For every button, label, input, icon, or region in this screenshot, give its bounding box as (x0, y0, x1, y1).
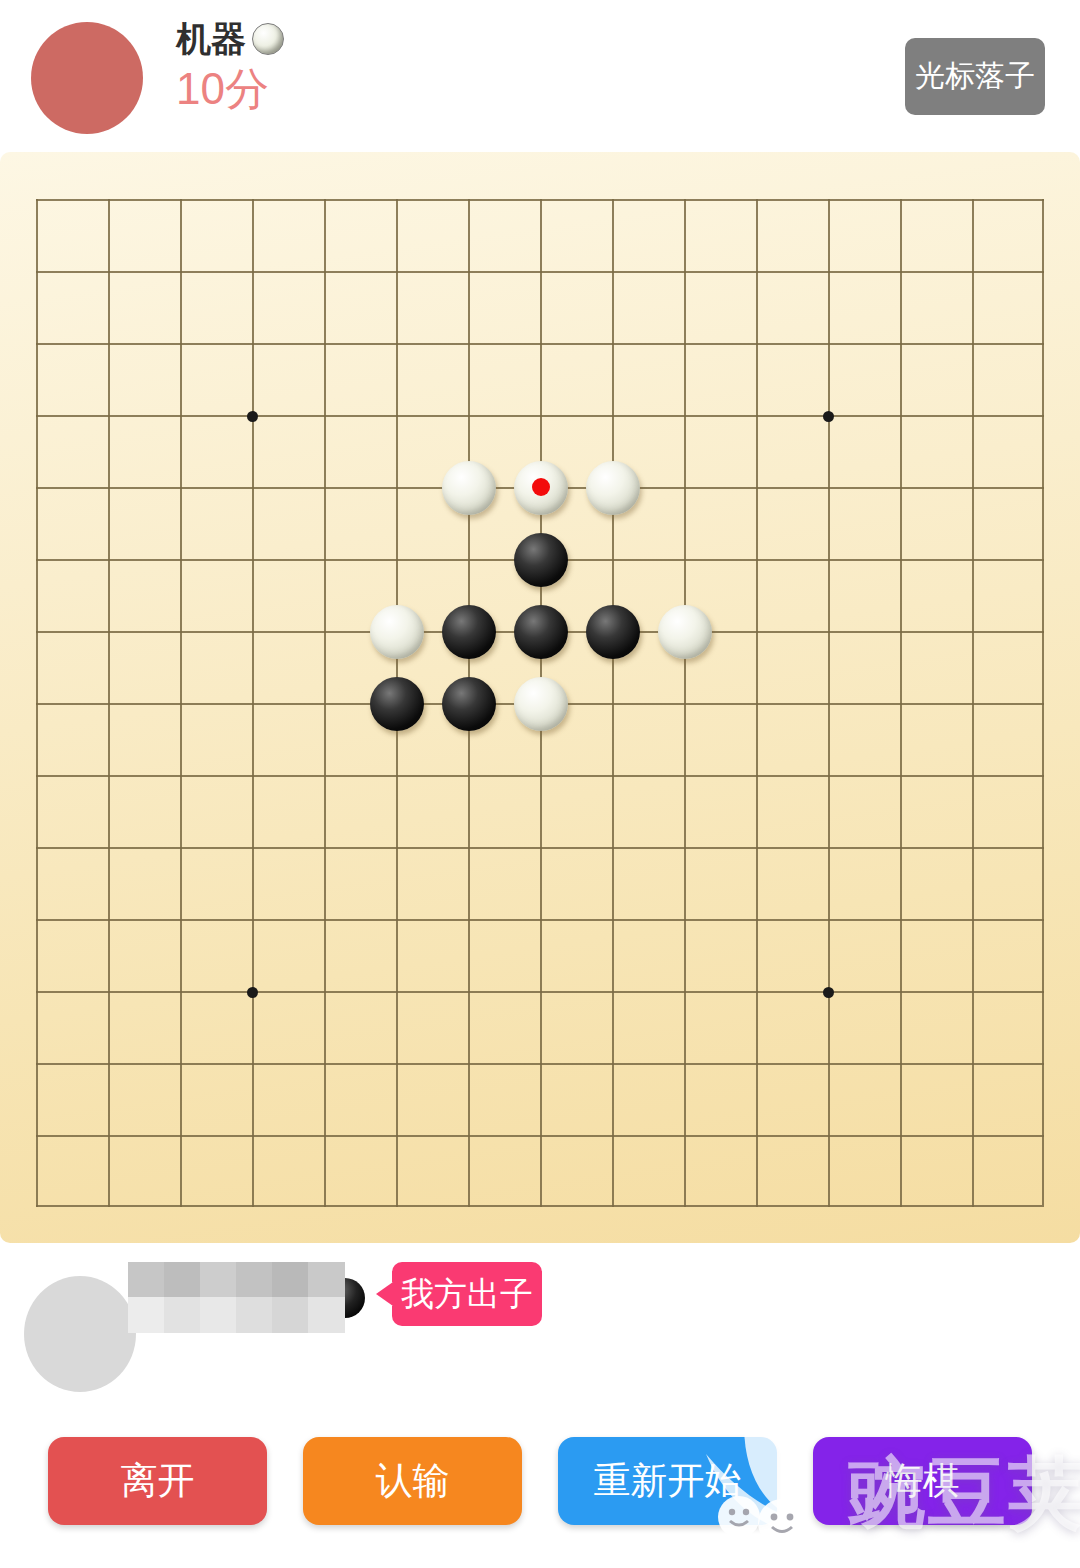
last-move-marker (532, 478, 550, 496)
turn-chat-bubble: 我方出子 (392, 1262, 542, 1326)
gomoku-board[interactable] (0, 152, 1080, 1243)
white-stone (370, 605, 424, 659)
opponent-name: 机器 (176, 20, 246, 59)
star-point (823, 987, 834, 998)
name-blur-block (164, 1262, 201, 1298)
name-blur-block (128, 1262, 165, 1298)
name-blur-block (164, 1297, 201, 1333)
opponent-header: 机器 10分 光标落子 (0, 0, 1080, 152)
white-stone (514, 461, 568, 515)
black-stone (442, 677, 496, 731)
star-point (823, 411, 834, 422)
opponent-name-row: 机器 (176, 20, 284, 59)
name-blur-block (308, 1262, 345, 1298)
my-avatar[interactable] (24, 1276, 136, 1392)
name-blur-block (236, 1262, 273, 1298)
name-blur-block (200, 1262, 237, 1298)
black-stone (514, 533, 568, 587)
opponent-avatar[interactable] (31, 22, 143, 134)
white-stone (514, 677, 568, 731)
black-stone (442, 605, 496, 659)
cursor-place-button[interactable]: 光标落子 (905, 38, 1045, 115)
name-blur-block (236, 1297, 273, 1333)
white-stone (442, 461, 496, 515)
undo-move-button[interactable]: 悔棋 (813, 1437, 1032, 1525)
black-stone (586, 605, 640, 659)
star-point (247, 411, 258, 422)
restart-button[interactable]: 重新开始 (558, 1437, 777, 1525)
bubble-arrow (376, 1282, 393, 1306)
gomoku-app-screen: 机器 10分 光标落子 我方出子 离开 认输 重新开始 悔棋 (0, 0, 1080, 1568)
star-point (247, 987, 258, 998)
name-blur-block (308, 1297, 345, 1333)
action-bar: 离开 认输 重新开始 悔棋 (0, 1437, 1080, 1525)
white-stone (586, 461, 640, 515)
black-stone (514, 605, 568, 659)
white-stone (658, 605, 712, 659)
name-blur-block (272, 1297, 309, 1333)
resign-button[interactable]: 认输 (303, 1437, 522, 1525)
opponent-score: 10分 (176, 60, 269, 119)
name-blur-block (200, 1297, 237, 1333)
name-blur-block (272, 1262, 309, 1298)
black-stone (370, 677, 424, 731)
white-stone-icon (252, 23, 284, 55)
leave-button[interactable]: 离开 (48, 1437, 267, 1525)
turn-bubble-text: 我方出子 (401, 1272, 533, 1317)
name-blur-block (128, 1297, 165, 1333)
